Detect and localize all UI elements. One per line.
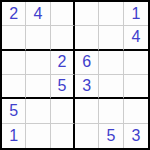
cell-r1c1[interactable]: 2 xyxy=(2,2,26,26)
cell-r3c3[interactable]: 2 xyxy=(51,51,75,75)
cell-r1c6[interactable]: 1 xyxy=(124,2,148,26)
cell-r2c3[interactable] xyxy=(51,26,75,50)
cell-r1c4[interactable] xyxy=(75,2,99,26)
sudoku-board: 2 4 1 4 2 6 5 3 5 1 5 3 xyxy=(0,0,150,150)
cell-r2c5[interactable] xyxy=(99,26,123,50)
cell-r6c4[interactable] xyxy=(75,124,99,148)
cell-r5c4[interactable] xyxy=(75,99,99,123)
cell-r5c1[interactable]: 5 xyxy=(2,99,26,123)
cell-r6c6[interactable]: 3 xyxy=(124,124,148,148)
cell-r2c1[interactable] xyxy=(2,26,26,50)
cell-r5c5[interactable] xyxy=(99,99,123,123)
cell-r1c5[interactable] xyxy=(99,2,123,26)
cell-r6c5[interactable]: 5 xyxy=(99,124,123,148)
cell-r6c2[interactable] xyxy=(26,124,50,148)
cell-r4c1[interactable] xyxy=(2,75,26,99)
cell-r2c2[interactable] xyxy=(26,26,50,50)
cell-r3c4[interactable]: 6 xyxy=(75,51,99,75)
cell-r3c6[interactable] xyxy=(124,51,148,75)
cell-r1c2[interactable]: 4 xyxy=(26,2,50,26)
cell-r6c1[interactable]: 1 xyxy=(2,124,26,148)
cell-r4c3[interactable]: 5 xyxy=(51,75,75,99)
cell-r3c5[interactable] xyxy=(99,51,123,75)
cell-r2c4[interactable] xyxy=(75,26,99,50)
cell-r3c2[interactable] xyxy=(26,51,50,75)
cell-r4c4[interactable]: 3 xyxy=(75,75,99,99)
cell-r6c3[interactable] xyxy=(51,124,75,148)
cell-r3c1[interactable] xyxy=(2,51,26,75)
cell-r4c5[interactable] xyxy=(99,75,123,99)
cell-r1c3[interactable] xyxy=(51,2,75,26)
cell-r2c6[interactable]: 4 xyxy=(124,26,148,50)
cell-r5c3[interactable] xyxy=(51,99,75,123)
cell-r5c2[interactable] xyxy=(26,99,50,123)
cell-r4c6[interactable] xyxy=(124,75,148,99)
cell-r5c6[interactable] xyxy=(124,99,148,123)
cell-r4c2[interactable] xyxy=(26,75,50,99)
